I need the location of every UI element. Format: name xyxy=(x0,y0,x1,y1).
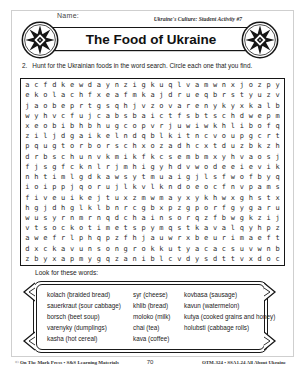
grid-cell: l xyxy=(68,233,77,243)
grid-cell: i xyxy=(264,162,273,172)
grid-cell: c xyxy=(121,141,130,151)
grid-cell: a xyxy=(59,244,68,254)
grid-cell: t xyxy=(184,131,193,141)
grid-cell: s xyxy=(264,152,273,162)
grid-cell: c xyxy=(130,203,139,213)
grid-cell: h xyxy=(228,152,237,162)
grid-cell: b xyxy=(68,121,77,131)
grid-cell: n xyxy=(112,203,121,213)
grid-cell: s xyxy=(41,213,50,223)
grid-cell: i xyxy=(32,192,41,202)
grid-cell: s xyxy=(211,111,220,121)
grid-cell: a xyxy=(32,100,41,110)
grid-cell: i xyxy=(148,213,157,223)
grid-cell: c xyxy=(41,244,50,254)
grid-cell: y xyxy=(246,90,255,100)
word-list-item: kava (coffee) xyxy=(133,333,170,344)
grid-cell: w xyxy=(219,192,228,202)
grid-cell: g xyxy=(237,213,246,223)
grid-cell: p xyxy=(139,121,148,131)
grid-cell: k xyxy=(166,131,175,141)
grid-cell: b xyxy=(273,244,282,254)
grid-cell: s xyxy=(41,162,50,172)
grid-cell: u xyxy=(273,203,282,213)
grid-cell: h xyxy=(68,152,77,162)
grid-cell: h xyxy=(86,233,95,243)
grid-cell: e xyxy=(228,162,237,172)
grid-cell: y xyxy=(130,172,139,182)
grid-cell: h xyxy=(130,213,139,223)
grid-cell: t xyxy=(41,172,50,182)
grid-cell: k xyxy=(94,172,103,182)
grid-cell: k xyxy=(148,244,157,254)
grid-cell: i xyxy=(121,152,130,162)
grid-cell: u xyxy=(41,141,50,151)
grid-cell: i xyxy=(86,131,95,141)
grid-cell: b xyxy=(219,213,228,223)
grid-cell: x xyxy=(121,192,130,202)
grid-cell: o xyxy=(202,182,211,192)
grid-cell: b xyxy=(50,121,59,131)
word-list-item: holubsti (cabbage rolls) xyxy=(184,322,275,333)
grid-cell: r xyxy=(264,131,273,141)
grid-cell: k xyxy=(246,100,255,110)
footer-document-code: OTM-324 • SSA1-24 All About Ukraine xyxy=(202,360,286,365)
word-search-grid-box: acfdkewdaynzigkuqlvamwnxjozpyekolachfxea… xyxy=(20,78,285,266)
word-list-item: khlib (bread) xyxy=(133,300,170,311)
grid-cell: w xyxy=(166,233,175,243)
grid-cell: i xyxy=(139,254,148,264)
grid-cell: j xyxy=(50,131,59,141)
grid-cell: b xyxy=(246,141,255,151)
grid-cell: p xyxy=(264,223,273,233)
grid-cell: b xyxy=(103,203,112,213)
grid-cell: p xyxy=(77,233,86,243)
grid-cell: w xyxy=(184,121,193,131)
grid-cell: u xyxy=(255,90,264,100)
grid-cell: b xyxy=(148,254,157,264)
grid-cell: a xyxy=(148,90,157,100)
grid-cell: d xyxy=(175,182,184,192)
grid-cell: l xyxy=(228,121,237,131)
grid-cell: a xyxy=(59,254,68,264)
grid-cell: d xyxy=(175,141,184,151)
grid-cell: w xyxy=(193,162,202,172)
grid-cell: r xyxy=(77,100,86,110)
grid-cell: n xyxy=(193,131,202,141)
grid-cell: m xyxy=(59,172,68,182)
grid-cell: i xyxy=(193,121,202,131)
grid-cell: z xyxy=(264,90,273,100)
grid-cell: n xyxy=(86,162,95,172)
grid-cell: j xyxy=(112,162,121,172)
grid-cell: q xyxy=(166,223,175,233)
grid-cell: x xyxy=(246,254,255,264)
grid-cell: o xyxy=(86,182,95,192)
grid-cell: o xyxy=(246,80,255,90)
page-title: The Food of Ukraine xyxy=(86,32,217,47)
star-ornament-icon xyxy=(21,282,35,302)
grid-cell: q xyxy=(273,172,282,182)
grid-cell: r xyxy=(175,90,184,100)
grid-cell: c xyxy=(32,80,41,90)
grid-cell: i xyxy=(32,131,41,141)
grid-cell: k xyxy=(211,121,220,131)
grid-cell: v xyxy=(211,223,220,233)
grid-cell: d xyxy=(59,131,68,141)
grid-cell: k xyxy=(94,131,103,141)
grid-cell: q xyxy=(237,223,246,233)
grid-cell: c xyxy=(59,111,68,121)
grid-cell: f xyxy=(121,90,130,100)
grid-cell: g xyxy=(94,100,103,110)
grid-cell: k xyxy=(130,152,139,162)
grid-cell: b xyxy=(246,121,255,131)
grid-cell: u xyxy=(211,233,220,243)
word-list-item: moloko (milk) xyxy=(133,311,170,322)
grid-cell: h xyxy=(211,192,220,202)
grid-cell: h xyxy=(59,203,68,213)
grid-cell: w xyxy=(148,192,157,202)
grid-cell: t xyxy=(264,192,273,202)
grid-cell: g xyxy=(68,131,77,141)
grid-cell: j xyxy=(139,233,148,243)
grid-cell: w xyxy=(23,213,32,223)
grid-cell: w xyxy=(211,80,220,90)
grid-cell: v xyxy=(139,100,148,110)
grid-cell: u xyxy=(77,152,86,162)
grid-cell: f xyxy=(68,111,77,121)
grid-cell: p xyxy=(193,203,202,213)
grid-cell: w xyxy=(112,172,121,182)
grid-cell: o xyxy=(68,141,77,151)
grid-cell: h xyxy=(228,111,237,121)
grid-cell: k xyxy=(77,162,86,172)
grid-cell: v xyxy=(175,254,184,264)
grid-cell: h xyxy=(94,121,103,131)
grid-cell: c xyxy=(68,162,77,172)
grid-cell: e xyxy=(32,121,41,131)
grid-cell: a xyxy=(23,233,32,243)
grid-cell: x xyxy=(139,141,148,151)
grid-cell: o xyxy=(255,152,264,162)
grid-cell: f xyxy=(23,192,32,202)
grid-cell: q xyxy=(139,131,148,141)
grid-cell: p xyxy=(264,111,273,121)
word-list-item: kasha (hot cereal) xyxy=(47,333,121,344)
grid-cell: a xyxy=(23,80,32,90)
grid-cell: e xyxy=(23,90,32,100)
grid-cell: m xyxy=(237,233,246,243)
grid-cell: b xyxy=(32,254,41,264)
grid-cell: y xyxy=(193,254,202,264)
grid-cell: e xyxy=(59,100,68,110)
grid-cell: k xyxy=(157,244,166,254)
grid-cell: j xyxy=(94,192,103,202)
instruction-text: Hunt for the Ukrainian foods in the word… xyxy=(32,62,252,69)
grid-cell: k xyxy=(50,244,59,254)
grid-cell: j xyxy=(86,111,95,121)
grid-cell: x xyxy=(23,121,32,131)
grid-cell: v xyxy=(237,182,246,192)
grid-cell: g xyxy=(94,254,103,264)
grid-cell: a xyxy=(202,223,211,233)
grid-cell: f xyxy=(121,233,130,243)
grid-cell: d xyxy=(175,162,184,172)
grid-cell: u xyxy=(228,141,237,151)
grid-cell: g xyxy=(50,141,59,151)
grid-cell: p xyxy=(103,233,112,243)
grid-cell: d xyxy=(255,254,264,264)
grid-cell: s xyxy=(166,213,175,223)
grid-cell: s xyxy=(184,111,193,121)
grid-cell: r xyxy=(130,244,139,254)
grid-cell: b xyxy=(148,131,157,141)
grid-cell: s xyxy=(202,254,211,264)
grid-cell: g xyxy=(184,203,193,213)
grid-cell: r xyxy=(184,213,193,223)
word-search-grid: acfdkewdaynzigkuqlvamwnxjozpyekolachfxea… xyxy=(23,80,282,264)
grid-cell: i xyxy=(41,182,50,192)
grid-cell: f xyxy=(50,233,59,243)
grid-cell: m xyxy=(157,192,166,202)
grid-cell: u xyxy=(175,121,184,131)
grid-cell: r xyxy=(86,213,95,223)
grid-cell: y xyxy=(211,100,220,110)
grid-cell: g xyxy=(228,203,237,213)
grid-cell: k xyxy=(202,192,211,202)
grid-cell: d xyxy=(211,162,220,172)
grid-cell: m xyxy=(157,223,166,233)
grid-cell: s xyxy=(273,182,282,192)
grid-cell: l xyxy=(77,203,86,213)
grid-cell: t xyxy=(202,111,211,121)
grid-cell: m xyxy=(103,223,112,233)
grid-cell: m xyxy=(121,162,130,172)
grid-cell: v xyxy=(246,244,255,254)
grid-cell: b xyxy=(112,111,121,121)
grid-cell: a xyxy=(59,90,68,100)
grid-cell: i xyxy=(23,182,32,192)
grid-cell: z xyxy=(121,80,130,90)
grid-cell: c xyxy=(202,131,211,141)
grid-cell: a xyxy=(255,182,264,192)
grid-cell: h xyxy=(166,162,175,172)
grid-cell: k xyxy=(77,192,86,202)
grid-cell: k xyxy=(219,100,228,110)
word-list-item: borsch (beet soup) xyxy=(47,311,121,322)
grid-cell: s xyxy=(130,223,139,233)
grid-cell: s xyxy=(175,223,184,233)
grid-cell: l xyxy=(157,254,166,264)
grid-cell: o xyxy=(50,223,59,233)
grid-cell: m xyxy=(264,182,273,192)
grid-cell: w xyxy=(202,121,211,131)
grid-cell: v xyxy=(23,223,32,233)
grid-cell: t xyxy=(273,131,282,141)
grid-cell: n xyxy=(23,172,32,182)
grid-cell: e xyxy=(86,192,95,202)
grid-cell: q xyxy=(103,213,112,223)
grid-cell: n xyxy=(202,100,211,110)
grid-cell: k xyxy=(68,223,77,233)
grid-cell: h xyxy=(121,100,130,110)
grid-cell: p xyxy=(68,254,77,264)
grid-cell: r xyxy=(32,152,41,162)
grid-cell: t xyxy=(273,233,282,243)
grid-cell: l xyxy=(68,172,77,182)
grid-cell: u xyxy=(184,90,193,100)
grid-cell: a xyxy=(121,254,130,264)
grid-cell: i xyxy=(139,162,148,172)
grid-cell: a xyxy=(77,131,86,141)
grid-cell: o xyxy=(94,141,103,151)
grid-cell: t xyxy=(175,244,184,254)
grid-cell: f xyxy=(23,162,32,172)
grid-cell: g xyxy=(121,244,130,254)
grid-cell: y xyxy=(50,213,59,223)
grid-cell: d xyxy=(166,90,175,100)
grid-cell: y xyxy=(237,203,246,213)
word-list-column: kolach (braided bread)sauerkraut (sour c… xyxy=(47,289,121,344)
grid-cell: b xyxy=(193,233,202,243)
grid-cell: c xyxy=(219,244,228,254)
grid-cell: x xyxy=(50,254,59,264)
grid-cell: n xyxy=(157,213,166,223)
grid-cell: y xyxy=(246,223,255,233)
grid-cell: a xyxy=(175,100,184,110)
grid-cell: m xyxy=(130,90,139,100)
title-banner: The Food of Ukraine xyxy=(40,27,262,51)
grid-cell: x xyxy=(184,192,193,202)
grid-cell: u xyxy=(228,131,237,141)
grid-cell: u xyxy=(103,182,112,192)
grid-cell: n xyxy=(121,131,130,141)
grid-cell: o xyxy=(202,203,211,213)
worksheet-page: Name: Ukraine's Culture: Student Activit… xyxy=(0,0,300,388)
grid-cell: p xyxy=(246,182,255,192)
grid-cell: d xyxy=(130,131,139,141)
name-label: Name: xyxy=(57,12,79,19)
grid-cell: e xyxy=(193,90,202,100)
grid-cell: c xyxy=(193,141,202,151)
grid-cell: y xyxy=(148,223,157,233)
grid-cell: f xyxy=(139,152,148,162)
grid-cell: f xyxy=(211,213,220,223)
grid-cell: a xyxy=(255,203,264,213)
grid-cell: h xyxy=(77,121,86,131)
grid-cell: d xyxy=(50,203,59,213)
grid-cell: u xyxy=(157,233,166,243)
grid-cell: a xyxy=(166,172,175,182)
grid-cell: l xyxy=(121,182,130,192)
grid-cell: j xyxy=(112,182,121,192)
grid-cell: f xyxy=(264,233,273,243)
grid-cell: d xyxy=(86,80,95,90)
grid-cell: z xyxy=(175,203,184,213)
grid-cell: f xyxy=(219,172,228,182)
grid-cell: z xyxy=(23,131,32,141)
grid-cell: h xyxy=(77,90,86,100)
grid-cell: j xyxy=(237,80,246,90)
grid-cell: a xyxy=(246,233,255,243)
grid-cell: p xyxy=(59,182,68,192)
grid-cell: c xyxy=(202,244,211,254)
grid-cell: n xyxy=(112,80,121,90)
word-list-item: syr (cheese) xyxy=(133,289,170,300)
grid-cell: g xyxy=(50,162,59,172)
grid-cell: t xyxy=(211,141,220,151)
grid-cell: e xyxy=(193,182,202,192)
grid-cell: u xyxy=(59,192,68,202)
grid-cell: z xyxy=(130,192,139,202)
grid-cell: l xyxy=(94,203,103,213)
grid-cell: s xyxy=(211,172,220,182)
grid-cell: k xyxy=(273,162,282,172)
grid-cell: z xyxy=(237,141,246,151)
grid-cell: s xyxy=(103,100,112,110)
grid-cell: z xyxy=(112,254,121,264)
grid-cell: e xyxy=(112,223,121,233)
grid-cell: u xyxy=(112,192,121,202)
grid-cell: v xyxy=(139,182,148,192)
star-ornament-icon xyxy=(21,331,35,351)
grid-cell: b xyxy=(193,152,202,162)
grid-cell: v xyxy=(68,244,77,254)
grid-cell: b xyxy=(273,100,282,110)
grid-cell: r xyxy=(175,233,184,243)
word-list-item: kovbasa (sausage) xyxy=(184,289,275,300)
grid-cell: w xyxy=(246,111,255,121)
grid-cell: s xyxy=(112,141,121,151)
grid-cell: c xyxy=(255,131,264,141)
word-list-item: kolach (braided bread) xyxy=(47,289,121,300)
grid-cell: h xyxy=(255,223,264,233)
grid-cell: x xyxy=(202,141,211,151)
grid-cell: a xyxy=(211,244,220,254)
grid-cell: h xyxy=(32,172,41,182)
grid-cell: q xyxy=(193,213,202,223)
grid-cell: f xyxy=(41,80,50,90)
grid-cell: v xyxy=(255,162,264,172)
grid-cell: h xyxy=(273,141,282,151)
grid-cell: t xyxy=(228,254,237,264)
grid-cell: k xyxy=(148,80,157,90)
grid-cell: p xyxy=(264,80,273,90)
grid-cell: v xyxy=(184,80,193,90)
grid-cell: i xyxy=(237,162,246,172)
grid-cell: k xyxy=(255,141,264,151)
grid-cell: x xyxy=(211,152,220,162)
grid-cell: i xyxy=(148,111,157,121)
star-ornament-icon xyxy=(264,331,278,351)
grid-cell: h xyxy=(219,121,228,131)
grid-cell: g xyxy=(68,203,77,213)
grid-cell: t xyxy=(86,223,95,233)
grid-cell: f xyxy=(264,121,273,131)
grid-cell: b xyxy=(41,152,50,162)
grid-cell: r xyxy=(103,141,112,151)
grid-cell: w xyxy=(77,80,86,90)
grid-cell: l xyxy=(94,162,103,172)
grid-cell: q xyxy=(202,90,211,100)
grid-cell: t xyxy=(184,223,193,233)
grid-cell: w xyxy=(255,244,264,254)
grid-cell: c xyxy=(121,121,130,131)
grid-cell: m xyxy=(184,152,193,162)
grid-cell: c xyxy=(273,254,282,264)
grid-cell: p xyxy=(23,141,32,151)
